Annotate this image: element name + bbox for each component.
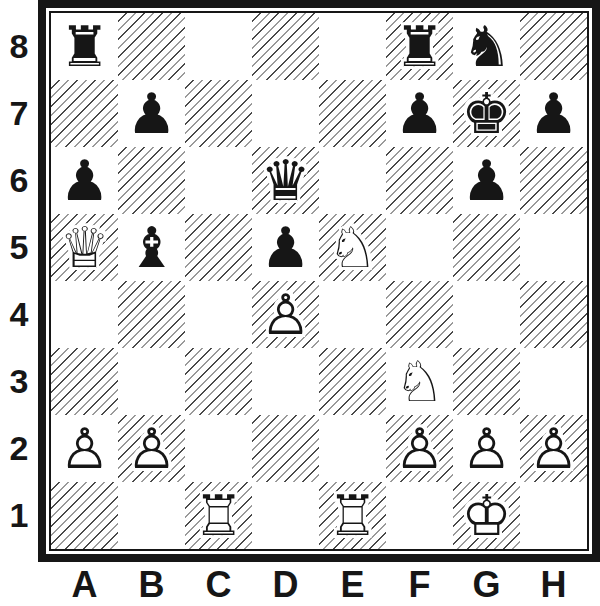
square-f3[interactable]: ♞♘ bbox=[386, 348, 453, 415]
square-e2[interactable] bbox=[319, 415, 386, 482]
square-e1[interactable]: ♜♖ bbox=[319, 482, 386, 549]
white-knight-fill: ♞ bbox=[319, 214, 386, 281]
white-queen[interactable]: ♕ bbox=[51, 214, 118, 281]
rank-label-3: 3 bbox=[0, 348, 38, 415]
square-g7[interactable]: ♚ bbox=[453, 80, 520, 147]
square-f2[interactable]: ♟♙ bbox=[386, 415, 453, 482]
square-c6[interactable] bbox=[185, 147, 252, 214]
chess-diagram-page: 87654321 ♜♜♞♟♟♚♟♟♛♟♛♕♝♟♞♘♟♙♞♘♟♙♟♙♟♙♟♙♟♙♜… bbox=[0, 0, 600, 606]
square-b6[interactable] bbox=[118, 147, 185, 214]
square-c5[interactable] bbox=[185, 214, 252, 281]
square-g1[interactable]: ♚♔ bbox=[453, 482, 520, 549]
square-a5[interactable]: ♛♕ bbox=[51, 214, 118, 281]
white-knight-fill: ♞ bbox=[386, 348, 453, 415]
square-h5[interactable] bbox=[520, 214, 587, 281]
square-h4[interactable] bbox=[520, 281, 587, 348]
black-pawn[interactable]: ♟ bbox=[386, 80, 453, 147]
square-f5[interactable] bbox=[386, 214, 453, 281]
white-queen-fill: ♛ bbox=[51, 214, 118, 281]
square-h8[interactable] bbox=[520, 13, 587, 80]
black-rook[interactable]: ♜ bbox=[51, 13, 118, 80]
square-d1[interactable] bbox=[252, 482, 319, 549]
black-pawn[interactable]: ♟ bbox=[118, 80, 185, 147]
square-b5[interactable]: ♝ bbox=[118, 214, 185, 281]
square-a7[interactable] bbox=[51, 80, 118, 147]
square-f6[interactable] bbox=[386, 147, 453, 214]
black-pawn[interactable]: ♟ bbox=[252, 214, 319, 281]
square-e6[interactable] bbox=[319, 147, 386, 214]
square-f4[interactable] bbox=[386, 281, 453, 348]
white-pawn[interactable]: ♙ bbox=[252, 281, 319, 348]
black-pawn[interactable]: ♟ bbox=[520, 80, 587, 147]
square-h7[interactable]: ♟ bbox=[520, 80, 587, 147]
white-pawn-fill: ♟ bbox=[520, 415, 587, 482]
square-d8[interactable] bbox=[252, 13, 319, 80]
square-b1[interactable] bbox=[118, 482, 185, 549]
black-knight[interactable]: ♞ bbox=[453, 13, 520, 80]
file-label-h: H bbox=[520, 562, 587, 606]
white-king[interactable]: ♔ bbox=[453, 482, 520, 549]
black-pawn[interactable]: ♟ bbox=[453, 147, 520, 214]
white-knight[interactable]: ♘ bbox=[319, 214, 386, 281]
square-c7[interactable] bbox=[185, 80, 252, 147]
square-h6[interactable] bbox=[520, 147, 587, 214]
rank-label-7: 7 bbox=[0, 80, 38, 147]
white-pawn[interactable]: ♙ bbox=[51, 415, 118, 482]
square-d3[interactable] bbox=[252, 348, 319, 415]
square-c2[interactable] bbox=[185, 415, 252, 482]
white-knight[interactable]: ♘ bbox=[386, 348, 453, 415]
file-label-e: E bbox=[319, 562, 386, 606]
white-pawn-fill: ♟ bbox=[51, 415, 118, 482]
square-g3[interactable] bbox=[453, 348, 520, 415]
white-pawn-fill: ♟ bbox=[453, 415, 520, 482]
black-bishop[interactable]: ♝ bbox=[118, 214, 185, 281]
square-c8[interactable] bbox=[185, 13, 252, 80]
square-e4[interactable] bbox=[319, 281, 386, 348]
square-d7[interactable] bbox=[252, 80, 319, 147]
square-e7[interactable] bbox=[319, 80, 386, 147]
white-pawn[interactable]: ♙ bbox=[520, 415, 587, 482]
square-a2[interactable]: ♟♙ bbox=[51, 415, 118, 482]
file-label-a: A bbox=[51, 562, 118, 606]
rank-label-1: 1 bbox=[0, 482, 38, 549]
square-a6[interactable]: ♟ bbox=[51, 147, 118, 214]
square-g6[interactable]: ♟ bbox=[453, 147, 520, 214]
rank-label-5: 5 bbox=[0, 214, 38, 281]
square-g4[interactable] bbox=[453, 281, 520, 348]
rank-labels: 87654321 bbox=[0, 0, 38, 562]
square-d5[interactable]: ♟ bbox=[252, 214, 319, 281]
square-c1[interactable]: ♜♖ bbox=[185, 482, 252, 549]
white-pawn-fill: ♟ bbox=[386, 415, 453, 482]
file-label-c: C bbox=[185, 562, 252, 606]
white-pawn[interactable]: ♙ bbox=[453, 415, 520, 482]
rank-label-6: 6 bbox=[0, 147, 38, 214]
square-f8[interactable]: ♜ bbox=[386, 13, 453, 80]
square-b7[interactable]: ♟ bbox=[118, 80, 185, 147]
white-king-fill: ♚ bbox=[453, 482, 520, 549]
file-label-g: G bbox=[453, 562, 520, 606]
black-rook[interactable]: ♜ bbox=[386, 13, 453, 80]
square-b8[interactable] bbox=[118, 13, 185, 80]
black-pawn[interactable]: ♟ bbox=[51, 147, 118, 214]
square-e5[interactable]: ♞♘ bbox=[319, 214, 386, 281]
square-b4[interactable] bbox=[118, 281, 185, 348]
square-a3[interactable] bbox=[51, 348, 118, 415]
white-pawn[interactable]: ♙ bbox=[118, 415, 185, 482]
file-label-d: D bbox=[252, 562, 319, 606]
white-pawn[interactable]: ♙ bbox=[386, 415, 453, 482]
square-a8[interactable]: ♜ bbox=[51, 13, 118, 80]
white-rook[interactable]: ♖ bbox=[319, 482, 386, 549]
square-g2[interactable]: ♟♙ bbox=[453, 415, 520, 482]
square-a4[interactable] bbox=[51, 281, 118, 348]
board-frame: ♜♜♞♟♟♚♟♟♛♟♛♕♝♟♞♘♟♙♞♘♟♙♟♙♟♙♟♙♟♙♜♖♜♖♚♔ bbox=[38, 0, 600, 562]
file-labels: ABCDEFGH bbox=[38, 562, 600, 606]
white-rook[interactable]: ♖ bbox=[185, 482, 252, 549]
rank-label-4: 4 bbox=[0, 281, 38, 348]
square-b2[interactable]: ♟♙ bbox=[118, 415, 185, 482]
black-queen[interactable]: ♛ bbox=[252, 147, 319, 214]
rank-label-8: 8 bbox=[0, 13, 38, 80]
file-label-b: B bbox=[118, 562, 185, 606]
white-rook-fill: ♜ bbox=[185, 482, 252, 549]
square-h1[interactable] bbox=[520, 482, 587, 549]
square-h2[interactable]: ♟♙ bbox=[520, 415, 587, 482]
black-king[interactable]: ♚ bbox=[453, 80, 520, 147]
chess-board: ♜♜♞♟♟♚♟♟♛♟♛♕♝♟♞♘♟♙♞♘♟♙♟♙♟♙♟♙♟♙♜♖♜♖♚♔ bbox=[49, 11, 589, 551]
white-pawn-fill: ♟ bbox=[252, 281, 319, 348]
square-f7[interactable]: ♟ bbox=[386, 80, 453, 147]
square-g5[interactable] bbox=[453, 214, 520, 281]
square-h3[interactable] bbox=[520, 348, 587, 415]
square-e8[interactable] bbox=[319, 13, 386, 80]
square-e3[interactable] bbox=[319, 348, 386, 415]
square-f1[interactable] bbox=[386, 482, 453, 549]
square-c4[interactable] bbox=[185, 281, 252, 348]
white-rook-fill: ♜ bbox=[319, 482, 386, 549]
file-label-f: F bbox=[386, 562, 453, 606]
square-d2[interactable] bbox=[252, 415, 319, 482]
square-d6[interactable]: ♛ bbox=[252, 147, 319, 214]
white-pawn-fill: ♟ bbox=[118, 415, 185, 482]
square-a1[interactable] bbox=[51, 482, 118, 549]
rank-label-2: 2 bbox=[0, 415, 38, 482]
corner-spacer bbox=[0, 562, 38, 606]
square-c3[interactable] bbox=[185, 348, 252, 415]
square-g8[interactable]: ♞ bbox=[453, 13, 520, 80]
square-b3[interactable] bbox=[118, 348, 185, 415]
square-d4[interactable]: ♟♙ bbox=[252, 281, 319, 348]
